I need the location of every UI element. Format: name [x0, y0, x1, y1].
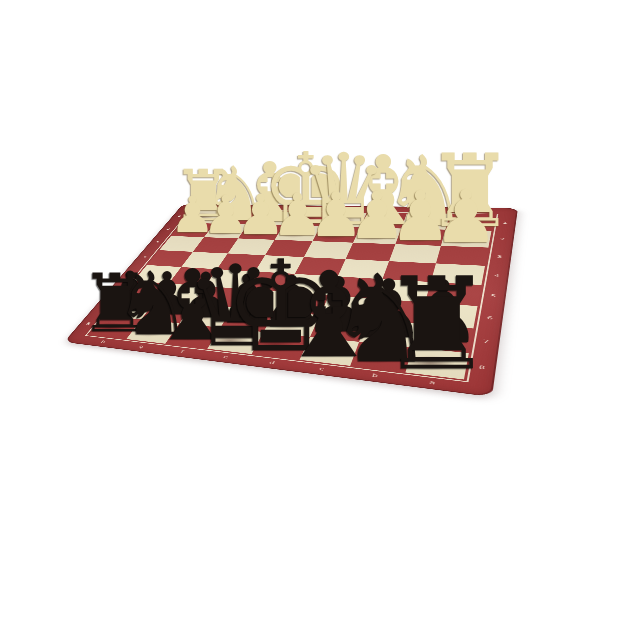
- pieces-layer: ♜♞♝♛♚♝♞♜♟♟♟♟♟♟♟♟♟♟♟♟♟♟♟♟♜♞♝♚♛♝♞♜: [0, 0, 620, 620]
- product-photo-stage: hhggffeeddccbbaa1122334455667788 ♜♞♝♛♚♝♞…: [0, 0, 620, 620]
- rank-label-right-4: 4: [494, 274, 500, 277]
- rank-label-left-3: 3: [154, 241, 159, 243]
- piece-black-rook-a8[interactable]: ♜: [380, 261, 494, 388]
- piece-white-pawn-a2[interactable]: ♟: [433, 180, 499, 253]
